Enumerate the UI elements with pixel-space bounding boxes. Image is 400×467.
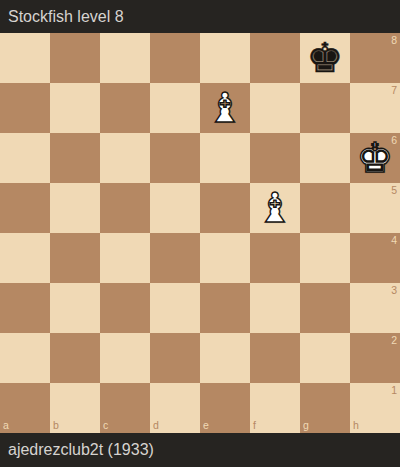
square-g3[interactable] bbox=[300, 283, 350, 333]
square-f7[interactable] bbox=[250, 83, 300, 133]
rank-label-8: 8 bbox=[391, 35, 397, 46]
file-label-a: a bbox=[3, 420, 9, 431]
rank-label-1: 1 bbox=[391, 385, 397, 396]
square-b7[interactable] bbox=[50, 83, 100, 133]
white-bishop[interactable]: ♝ bbox=[250, 183, 300, 233]
square-a2[interactable] bbox=[0, 333, 50, 383]
square-e5[interactable] bbox=[200, 183, 250, 233]
square-h3[interactable]: 3 bbox=[350, 283, 400, 333]
square-b4[interactable] bbox=[50, 233, 100, 283]
square-h8[interactable]: 8 bbox=[350, 33, 400, 83]
square-f5[interactable]: ♝ bbox=[250, 183, 300, 233]
square-e3[interactable] bbox=[200, 283, 250, 333]
square-b3[interactable] bbox=[50, 283, 100, 333]
square-g6[interactable] bbox=[300, 133, 350, 183]
square-g1[interactable]: g bbox=[300, 383, 350, 433]
square-e8[interactable] bbox=[200, 33, 250, 83]
square-d3[interactable] bbox=[150, 283, 200, 333]
square-h6[interactable]: 6♚ bbox=[350, 133, 400, 183]
rank-label-2: 2 bbox=[391, 335, 397, 346]
square-c4[interactable] bbox=[100, 233, 150, 283]
file-label-b: b bbox=[53, 420, 59, 431]
square-d4[interactable] bbox=[150, 233, 200, 283]
file-label-g: g bbox=[303, 420, 309, 431]
square-d2[interactable] bbox=[150, 333, 200, 383]
square-c2[interactable] bbox=[100, 333, 150, 383]
square-h4[interactable]: 4 bbox=[350, 233, 400, 283]
square-e4[interactable] bbox=[200, 233, 250, 283]
square-g7[interactable] bbox=[300, 83, 350, 133]
opponent-bar: Stockfish level 8 bbox=[0, 0, 400, 33]
square-b6[interactable] bbox=[50, 133, 100, 183]
rank-label-5: 5 bbox=[391, 185, 397, 196]
square-b8[interactable] bbox=[50, 33, 100, 83]
square-d6[interactable] bbox=[150, 133, 200, 183]
square-b5[interactable] bbox=[50, 183, 100, 233]
square-b2[interactable] bbox=[50, 333, 100, 383]
file-label-d: d bbox=[153, 420, 159, 431]
chess-board[interactable]: ♚8♝76♚♝5432abcdefg1h bbox=[0, 33, 400, 433]
square-g4[interactable] bbox=[300, 233, 350, 283]
rank-label-3: 3 bbox=[391, 285, 397, 296]
square-c7[interactable] bbox=[100, 83, 150, 133]
square-d1[interactable]: d bbox=[150, 383, 200, 433]
square-c6[interactable] bbox=[100, 133, 150, 183]
square-d5[interactable] bbox=[150, 183, 200, 233]
square-g2[interactable] bbox=[300, 333, 350, 383]
file-label-h: h bbox=[353, 420, 359, 431]
square-f3[interactable] bbox=[250, 283, 300, 333]
white-king[interactable]: ♚ bbox=[350, 133, 400, 183]
opponent-name: Stockfish level 8 bbox=[8, 8, 124, 26]
file-label-c: c bbox=[103, 420, 108, 431]
square-c1[interactable]: c bbox=[100, 383, 150, 433]
square-e6[interactable] bbox=[200, 133, 250, 183]
square-f2[interactable] bbox=[250, 333, 300, 383]
square-d8[interactable] bbox=[150, 33, 200, 83]
square-a1[interactable]: a bbox=[0, 383, 50, 433]
square-a7[interactable] bbox=[0, 83, 50, 133]
square-g5[interactable] bbox=[300, 183, 350, 233]
square-c3[interactable] bbox=[100, 283, 150, 333]
square-d7[interactable] bbox=[150, 83, 200, 133]
square-c5[interactable] bbox=[100, 183, 150, 233]
square-h1[interactable]: 1h bbox=[350, 383, 400, 433]
player-bar: ajedrezclub2t (1933) bbox=[0, 433, 400, 467]
black-king[interactable]: ♚ bbox=[300, 33, 350, 83]
rank-label-4: 4 bbox=[391, 235, 397, 246]
white-bishop[interactable]: ♝ bbox=[200, 83, 250, 133]
square-c8[interactable] bbox=[100, 33, 150, 83]
square-h2[interactable]: 2 bbox=[350, 333, 400, 383]
square-e2[interactable] bbox=[200, 333, 250, 383]
file-label-f: f bbox=[253, 420, 256, 431]
square-e1[interactable]: e bbox=[200, 383, 250, 433]
square-h7[interactable]: 7 bbox=[350, 83, 400, 133]
square-b1[interactable]: b bbox=[50, 383, 100, 433]
square-a6[interactable] bbox=[0, 133, 50, 183]
square-f4[interactable] bbox=[250, 233, 300, 283]
square-f8[interactable] bbox=[250, 33, 300, 83]
square-a8[interactable] bbox=[0, 33, 50, 83]
chess-app: Stockfish level 8 ♚8♝76♚♝5432abcdefg1h a… bbox=[0, 0, 400, 467]
square-a5[interactable] bbox=[0, 183, 50, 233]
square-g8[interactable]: ♚ bbox=[300, 33, 350, 83]
square-f1[interactable]: f bbox=[250, 383, 300, 433]
square-a4[interactable] bbox=[0, 233, 50, 283]
square-a3[interactable] bbox=[0, 283, 50, 333]
square-f6[interactable] bbox=[250, 133, 300, 183]
player-name: ajedrezclub2t (1933) bbox=[8, 441, 154, 459]
square-e7[interactable]: ♝ bbox=[200, 83, 250, 133]
file-label-e: e bbox=[203, 420, 209, 431]
rank-label-7: 7 bbox=[391, 85, 397, 96]
square-h5[interactable]: 5 bbox=[350, 183, 400, 233]
